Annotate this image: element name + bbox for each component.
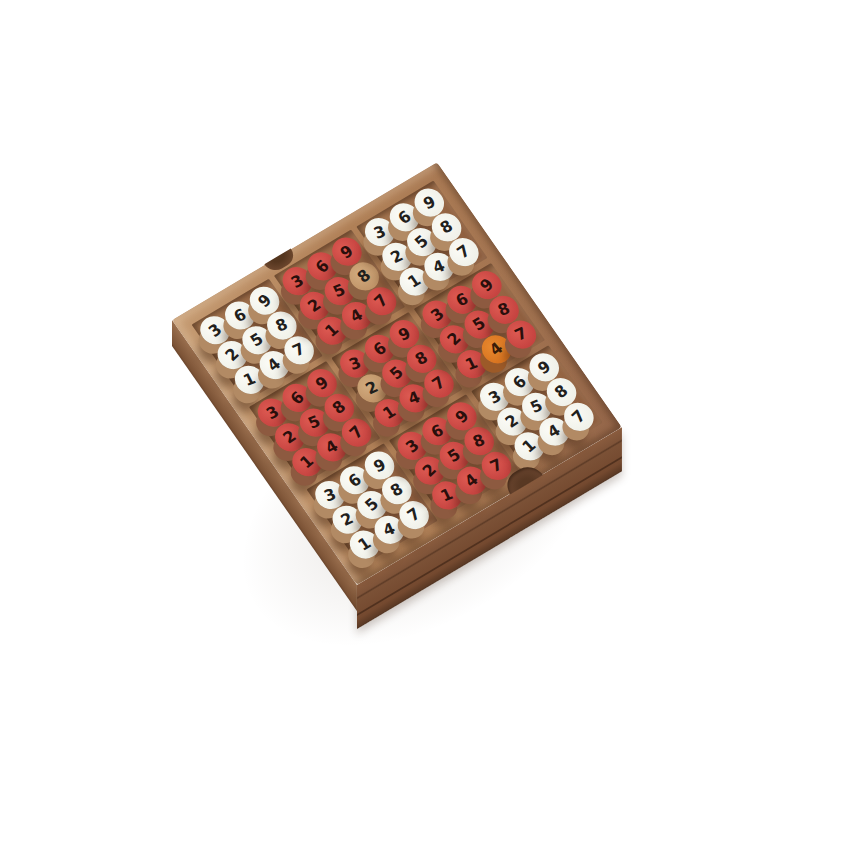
product-photo-scene: 3692581473692581473692581473692581473692… xyxy=(0,0,850,850)
